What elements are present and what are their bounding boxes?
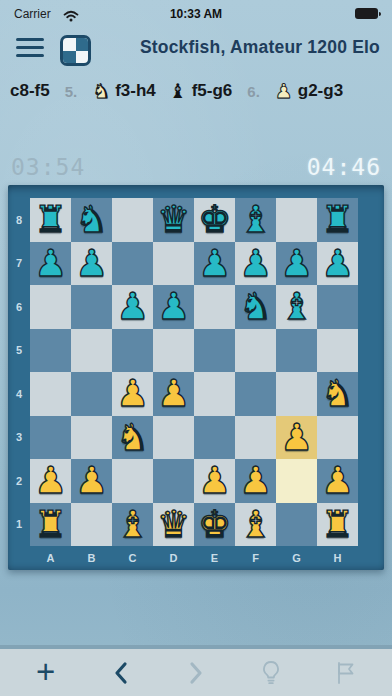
clock-left: 03:54: [11, 154, 85, 180]
square-h6[interactable]: [317, 285, 358, 329]
nav-bar: Stockfish, Amateur 1200 Elo: [0, 28, 392, 68]
white-knight-icon: ♞: [92, 81, 110, 101]
square-a1[interactable]: ♜: [30, 503, 71, 547]
piece-white-rook[interactable]: ♜: [34, 506, 67, 543]
move-strip: c8-f55.♞f3-h4♝f5-g66.♟g2-g3: [10, 76, 392, 106]
piece-black-queen[interactable]: ♛: [157, 201, 190, 238]
move-text: f5-g6: [192, 81, 233, 101]
plus-icon[interactable]: +: [24, 653, 68, 693]
piece-black-pawn[interactable]: ♟: [116, 288, 149, 325]
square-g1[interactable]: [276, 503, 317, 547]
square-c2[interactable]: [112, 459, 153, 503]
piece-black-pawn[interactable]: ♟: [198, 245, 231, 282]
square-e6[interactable]: [194, 285, 235, 329]
square-d7[interactable]: [153, 242, 194, 286]
square-f8[interactable]: ♝: [235, 198, 276, 242]
square-g6[interactable]: ♝: [276, 285, 317, 329]
piece-white-pawn[interactable]: ♟: [157, 375, 190, 412]
piece-white-knight[interactable]: ♞: [116, 419, 149, 456]
move-text: c8-f5: [10, 81, 50, 101]
move-token[interactable]: ♟g2-g3: [275, 81, 343, 101]
square-d4[interactable]: ♟: [153, 372, 194, 416]
board-squares: ♜♞♛♚♝♜♟♟♟♟♟♟♟♟♞♝♟♟♞♞♟♟♟♟♟♟♜♝♛♚♝♜: [30, 198, 358, 546]
square-d1[interactable]: ♛: [153, 503, 194, 547]
piece-white-pawn[interactable]: ♟: [116, 375, 149, 412]
square-c1[interactable]: ♝: [112, 503, 153, 547]
piece-black-king[interactable]: ♚: [198, 201, 231, 238]
move-number: 5.: [65, 83, 78, 100]
piece-black-bishop[interactable]: ♝: [280, 288, 313, 325]
rank-label-4: 4: [8, 372, 30, 416]
square-d5[interactable]: [153, 329, 194, 373]
file-label-e: E: [194, 546, 235, 570]
piece-black-pawn[interactable]: ♟: [157, 288, 190, 325]
square-h7[interactable]: ♟: [317, 242, 358, 286]
piece-black-knight[interactable]: ♞: [239, 288, 272, 325]
square-a6[interactable]: [30, 285, 71, 329]
rank-label-6: 6: [8, 285, 30, 329]
square-b4[interactable]: [71, 372, 112, 416]
square-f7[interactable]: ♟: [235, 242, 276, 286]
piece-white-bishop[interactable]: ♝: [116, 506, 149, 543]
square-g7[interactable]: ♟: [276, 242, 317, 286]
piece-white-bishop[interactable]: ♝: [239, 506, 272, 543]
square-e1[interactable]: ♚: [194, 503, 235, 547]
piece-black-pawn[interactable]: ♟: [75, 245, 108, 282]
move-token[interactable]: ♝f5-g6: [169, 81, 233, 101]
square-e8[interactable]: ♚: [194, 198, 235, 242]
piece-white-king[interactable]: ♚: [198, 506, 231, 543]
menu-icon[interactable]: [16, 38, 44, 57]
square-c6[interactable]: ♟: [112, 285, 153, 329]
square-h2[interactable]: ♟: [317, 459, 358, 503]
clock-right: 04:46: [307, 154, 381, 180]
piece-black-pawn[interactable]: ♟: [280, 245, 313, 282]
move-text: f3-h4: [115, 81, 156, 101]
square-b6[interactable]: [71, 285, 112, 329]
square-d8[interactable]: ♛: [153, 198, 194, 242]
square-h5[interactable]: [317, 329, 358, 373]
square-h3[interactable]: [317, 416, 358, 460]
square-c8[interactable]: [112, 198, 153, 242]
square-f3[interactable]: [235, 416, 276, 460]
square-f4[interactable]: [235, 372, 276, 416]
square-c5[interactable]: [112, 329, 153, 373]
square-c4[interactable]: ♟: [112, 372, 153, 416]
file-label-h: H: [317, 546, 358, 570]
flag-icon[interactable]: [324, 653, 368, 693]
square-c3[interactable]: ♞: [112, 416, 153, 460]
piece-white-pawn[interactable]: ♟: [280, 419, 313, 456]
file-label-c: C: [112, 546, 153, 570]
file-label-a: A: [30, 546, 71, 570]
square-a5[interactable]: [30, 329, 71, 373]
piece-white-pawn[interactable]: ♟: [34, 462, 67, 499]
move-number: 6.: [247, 83, 260, 100]
white-pawn-icon: ♟: [275, 81, 293, 101]
square-a2[interactable]: ♟: [30, 459, 71, 503]
piece-white-pawn[interactable]: ♟: [198, 462, 231, 499]
square-d2[interactable]: [153, 459, 194, 503]
square-b2[interactable]: ♟: [71, 459, 112, 503]
square-b5[interactable]: [71, 329, 112, 373]
square-g5[interactable]: [276, 329, 317, 373]
square-e3[interactable]: [194, 416, 235, 460]
piece-white-pawn[interactable]: ♟: [239, 462, 272, 499]
piece-black-rook[interactable]: ♜: [321, 201, 354, 238]
status-time: 10:33 AM: [0, 7, 392, 21]
square-a4[interactable]: [30, 372, 71, 416]
piece-black-bishop[interactable]: ♝: [239, 201, 272, 238]
square-f5[interactable]: [235, 329, 276, 373]
page-title: Stockfish, Amateur 1200 Elo: [140, 37, 380, 58]
piece-black-rook[interactable]: ♜: [34, 201, 67, 238]
square-h1[interactable]: ♜: [317, 503, 358, 547]
chevron-left-icon[interactable]: [99, 653, 143, 693]
rank-label-1: 1: [8, 503, 30, 547]
rank-labels: 87654321: [8, 198, 30, 546]
square-f2[interactable]: ♟: [235, 459, 276, 503]
move-token[interactable]: ♞f3-h4: [92, 81, 156, 101]
square-g4[interactable]: [276, 372, 317, 416]
piece-white-pawn[interactable]: ♟: [75, 462, 108, 499]
square-d6[interactable]: ♟: [153, 285, 194, 329]
square-b1[interactable]: [71, 503, 112, 547]
square-f6[interactable]: ♞: [235, 285, 276, 329]
square-b8[interactable]: ♞: [71, 198, 112, 242]
rank-label-5: 5: [8, 329, 30, 373]
app-screen: Carrier 10:33 AM Stockfish, Amateur 1200…: [0, 0, 392, 696]
status-bar: Carrier 10:33 AM: [0, 0, 392, 28]
square-e7[interactable]: ♟: [194, 242, 235, 286]
chess-board: 87654321 ♜♞♛♚♝♜♟♟♟♟♟♟♟♟♞♝♟♟♞♞♟♟♟♟♟♟♜♝♛♚♝…: [8, 185, 384, 570]
file-label-b: B: [71, 546, 112, 570]
piece-white-knight[interactable]: ♞: [321, 375, 354, 412]
file-labels: ABCDEFGH: [30, 546, 358, 570]
square-e5[interactable]: [194, 329, 235, 373]
piece-black-pawn[interactable]: ♟: [321, 245, 354, 282]
square-h4[interactable]: ♞: [317, 372, 358, 416]
piece-white-pawn[interactable]: ♟: [321, 462, 354, 499]
rank-label-8: 8: [8, 198, 30, 242]
rank-label-3: 3: [8, 416, 30, 460]
move-token[interactable]: c8-f5: [10, 81, 50, 101]
black-bishop-icon: ♝: [169, 81, 187, 101]
square-f1[interactable]: ♝: [235, 503, 276, 547]
chessboard-icon[interactable]: [60, 35, 91, 66]
move-text: g2-g3: [298, 81, 343, 101]
square-g2[interactable]: [276, 459, 317, 503]
square-b7[interactable]: ♟: [71, 242, 112, 286]
square-e4[interactable]: [194, 372, 235, 416]
square-e2[interactable]: ♟: [194, 459, 235, 503]
file-label-d: D: [153, 546, 194, 570]
square-a7[interactable]: ♟: [30, 242, 71, 286]
lightbulb-icon[interactable]: [249, 653, 293, 693]
square-b3[interactable]: [71, 416, 112, 460]
file-label-g: G: [276, 546, 317, 570]
square-h8[interactable]: ♜: [317, 198, 358, 242]
square-g8[interactable]: [276, 198, 317, 242]
battery-icon: [355, 8, 378, 19]
square-d3[interactable]: [153, 416, 194, 460]
file-label-f: F: [235, 546, 276, 570]
square-g3[interactable]: ♟: [276, 416, 317, 460]
chevron-right-icon[interactable]: [174, 653, 218, 693]
square-c7[interactable]: [112, 242, 153, 286]
piece-black-pawn[interactable]: ♟: [34, 245, 67, 282]
square-a3[interactable]: [30, 416, 71, 460]
rank-label-2: 2: [8, 459, 30, 503]
clock-row: 03:54 04:46: [0, 152, 392, 184]
square-a8[interactable]: ♜: [30, 198, 71, 242]
piece-white-rook[interactable]: ♜: [321, 506, 354, 543]
bottom-toolbar: +: [0, 645, 392, 696]
piece-black-knight[interactable]: ♞: [75, 201, 108, 238]
rank-label-7: 7: [8, 242, 30, 286]
piece-white-queen[interactable]: ♛: [157, 506, 190, 543]
piece-black-pawn[interactable]: ♟: [239, 245, 272, 282]
